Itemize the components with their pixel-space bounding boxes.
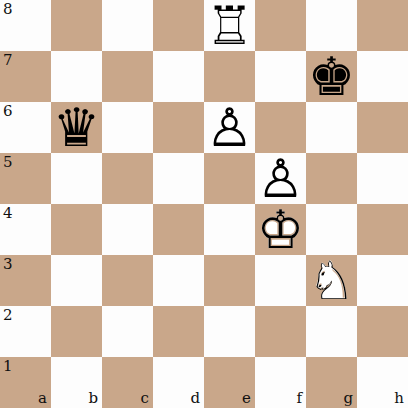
- piece-white-knight-g3[interactable]: ♞♘: [306, 255, 357, 306]
- piece-white-pawn-f5[interactable]: ♟♙: [255, 153, 306, 204]
- square-c6[interactable]: [102, 102, 153, 153]
- square-e2[interactable]: [204, 306, 255, 357]
- square-b3[interactable]: [51, 255, 102, 306]
- square-a6[interactable]: [0, 102, 51, 153]
- square-d6[interactable]: [153, 102, 204, 153]
- square-h2[interactable]: [357, 306, 408, 357]
- square-f2[interactable]: [255, 306, 306, 357]
- white-knight-outline-icon: ♘: [306, 255, 357, 306]
- square-a4[interactable]: [0, 204, 51, 255]
- piece-white-king-f4[interactable]: ♚♔: [255, 204, 306, 255]
- square-d5[interactable]: [153, 153, 204, 204]
- square-c8[interactable]: [102, 0, 153, 51]
- white-pawn-outline-icon: ♙: [255, 153, 306, 204]
- square-e4[interactable]: [204, 204, 255, 255]
- square-c1[interactable]: [102, 357, 153, 408]
- square-d4[interactable]: [153, 204, 204, 255]
- square-a1[interactable]: [0, 357, 51, 408]
- white-king-outline-icon: ♔: [255, 204, 306, 255]
- square-a3[interactable]: [0, 255, 51, 306]
- square-g5[interactable]: [306, 153, 357, 204]
- square-f7[interactable]: [255, 51, 306, 102]
- square-b5[interactable]: [51, 153, 102, 204]
- square-f8[interactable]: [255, 0, 306, 51]
- square-e1[interactable]: [204, 357, 255, 408]
- square-e5[interactable]: [204, 153, 255, 204]
- square-c7[interactable]: [102, 51, 153, 102]
- square-d7[interactable]: [153, 51, 204, 102]
- square-h3[interactable]: [357, 255, 408, 306]
- square-f3[interactable]: [255, 255, 306, 306]
- square-b4[interactable]: [51, 204, 102, 255]
- square-d2[interactable]: [153, 306, 204, 357]
- square-b2[interactable]: [51, 306, 102, 357]
- square-d8[interactable]: [153, 0, 204, 51]
- square-h4[interactable]: [357, 204, 408, 255]
- square-h5[interactable]: [357, 153, 408, 204]
- square-e3[interactable]: [204, 255, 255, 306]
- square-h6[interactable]: [357, 102, 408, 153]
- square-d3[interactable]: [153, 255, 204, 306]
- square-h1[interactable]: [357, 357, 408, 408]
- square-g2[interactable]: [306, 306, 357, 357]
- square-g8[interactable]: [306, 0, 357, 51]
- black-king-icon: ♚: [306, 51, 357, 102]
- square-c5[interactable]: [102, 153, 153, 204]
- square-a5[interactable]: [0, 153, 51, 204]
- square-h7[interactable]: [357, 51, 408, 102]
- square-d1[interactable]: [153, 357, 204, 408]
- square-f1[interactable]: [255, 357, 306, 408]
- square-h8[interactable]: [357, 0, 408, 51]
- square-c2[interactable]: [102, 306, 153, 357]
- square-e7[interactable]: [204, 51, 255, 102]
- piece-black-king-g7[interactable]: ♚: [306, 51, 357, 102]
- square-b1[interactable]: [51, 357, 102, 408]
- square-a2[interactable]: [0, 306, 51, 357]
- square-g1[interactable]: [306, 357, 357, 408]
- square-g6[interactable]: [306, 102, 357, 153]
- square-g4[interactable]: [306, 204, 357, 255]
- square-a7[interactable]: [0, 51, 51, 102]
- square-a8[interactable]: [0, 0, 51, 51]
- black-queen-icon: ♛: [51, 102, 102, 153]
- piece-white-pawn-e6[interactable]: ♟♙: [204, 102, 255, 153]
- piece-black-queen-b6[interactable]: ♛: [51, 102, 102, 153]
- chess-board: 87654321abcdefgh ♜♖♚♛♟♙♟♙♚♔♞♘: [0, 0, 408, 408]
- square-c4[interactable]: [102, 204, 153, 255]
- square-c3[interactable]: [102, 255, 153, 306]
- square-b8[interactable]: [51, 0, 102, 51]
- square-f6[interactable]: [255, 102, 306, 153]
- piece-white-rook-e8[interactable]: ♜♖: [204, 0, 255, 51]
- white-rook-outline-icon: ♖: [204, 0, 255, 51]
- white-pawn-outline-icon: ♙: [204, 102, 255, 153]
- square-b7[interactable]: [51, 51, 102, 102]
